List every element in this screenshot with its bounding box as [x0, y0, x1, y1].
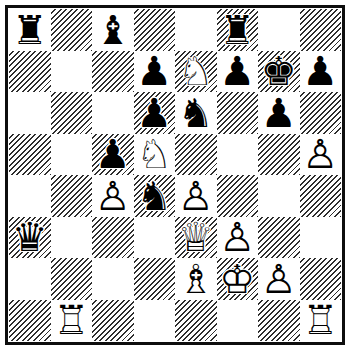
piece-halo: ♟ [217, 51, 259, 93]
white-rook-piece: ♜♖ [300, 300, 342, 342]
piece-halo: ♛ [175, 217, 217, 259]
square-e4[interactable]: ♟♙ [175, 175, 217, 217]
square-f7[interactable]: ♟♟ [217, 51, 259, 93]
black-pawn-piece: ♟♟ [92, 134, 134, 176]
square-c4[interactable]: ♟♙ [92, 175, 134, 217]
square-a6[interactable] [9, 92, 51, 134]
square-f6[interactable] [217, 92, 259, 134]
square-c1[interactable] [92, 300, 134, 342]
board-frame: ♜♜♝♝♜♜♟♟♞♘♟♟♚♚♟♟♟♟♞♞♟♟♟♟♞♘♟♙♟♙♞♞♟♙♛♛♛♕♟♙… [5, 5, 345, 345]
black-bishop-piece: ♝♝ [92, 9, 134, 51]
square-a3[interactable]: ♛♛ [9, 217, 51, 259]
square-h2[interactable] [300, 258, 342, 300]
square-c5[interactable]: ♟♟ [92, 134, 134, 176]
piece-halo: ♜ [217, 9, 259, 51]
piece-glyph: ♟ [134, 51, 176, 93]
black-rook-piece: ♜♜ [9, 9, 51, 51]
black-pawn-piece: ♟♟ [134, 92, 176, 134]
piece-halo: ♟ [217, 217, 259, 259]
piece-glyph: ♟ [300, 51, 342, 93]
square-d1[interactable] [134, 300, 176, 342]
square-d5[interactable]: ♞♘ [134, 134, 176, 176]
square-b4[interactable] [51, 175, 93, 217]
white-knight-piece: ♞♘ [175, 51, 217, 93]
square-f8[interactable]: ♜♜ [217, 9, 259, 51]
white-pawn-piece: ♟♙ [175, 175, 217, 217]
piece-glyph: ♜ [217, 9, 259, 51]
piece-halo: ♞ [134, 134, 176, 176]
piece-halo: ♝ [92, 9, 134, 51]
piece-halo: ♟ [300, 134, 342, 176]
piece-halo: ♞ [134, 175, 176, 217]
square-h6[interactable] [300, 92, 342, 134]
square-a8[interactable]: ♜♜ [9, 9, 51, 51]
piece-glyph: ♖ [51, 300, 93, 342]
square-d6[interactable]: ♟♟ [134, 92, 176, 134]
white-rook-piece: ♜♖ [51, 300, 93, 342]
square-b8[interactable] [51, 9, 93, 51]
piece-halo: ♟ [92, 175, 134, 217]
piece-halo: ♞ [175, 92, 217, 134]
black-pawn-piece: ♟♟ [217, 51, 259, 93]
square-b2[interactable] [51, 258, 93, 300]
white-queen-piece: ♛♕ [175, 217, 217, 259]
square-h1[interactable]: ♜♖ [300, 300, 342, 342]
piece-glyph: ♖ [300, 300, 342, 342]
square-d8[interactable] [134, 9, 176, 51]
white-king-piece: ♚♔ [217, 258, 259, 300]
piece-glyph: ♝ [92, 9, 134, 51]
piece-glyph: ♙ [175, 175, 217, 217]
square-g7[interactable]: ♚♚ [258, 51, 300, 93]
piece-halo: ♛ [9, 217, 51, 259]
piece-halo: ♟ [300, 51, 342, 93]
piece-halo: ♝ [175, 258, 217, 300]
square-h4[interactable] [300, 175, 342, 217]
square-d7[interactable]: ♟♟ [134, 51, 176, 93]
square-b1[interactable]: ♜♖ [51, 300, 93, 342]
square-a4[interactable] [9, 175, 51, 217]
square-e5[interactable] [175, 134, 217, 176]
square-g1[interactable] [258, 300, 300, 342]
square-b6[interactable] [51, 92, 93, 134]
square-h5[interactable]: ♟♙ [300, 134, 342, 176]
piece-halo: ♜ [51, 300, 93, 342]
square-c7[interactable] [92, 51, 134, 93]
piece-halo: ♚ [258, 51, 300, 93]
piece-glyph: ♔ [217, 258, 259, 300]
square-g2[interactable]: ♟♙ [258, 258, 300, 300]
piece-glyph: ♟ [217, 51, 259, 93]
square-a5[interactable] [9, 134, 51, 176]
square-d2[interactable] [134, 258, 176, 300]
black-king-piece: ♚♚ [258, 51, 300, 93]
square-a7[interactable] [9, 51, 51, 93]
white-pawn-piece: ♟♙ [258, 258, 300, 300]
square-g5[interactable] [258, 134, 300, 176]
black-pawn-piece: ♟♟ [258, 92, 300, 134]
square-c2[interactable] [92, 258, 134, 300]
piece-halo: ♟ [258, 92, 300, 134]
white-pawn-piece: ♟♙ [300, 134, 342, 176]
square-g6[interactable]: ♟♟ [258, 92, 300, 134]
square-h3[interactable] [300, 217, 342, 259]
black-knight-piece: ♞♞ [175, 92, 217, 134]
black-pawn-piece: ♟♟ [300, 51, 342, 93]
piece-glyph: ♟ [92, 134, 134, 176]
piece-glyph: ♟ [258, 92, 300, 134]
black-rook-piece: ♜♜ [217, 9, 259, 51]
square-f3[interactable]: ♟♙ [217, 217, 259, 259]
piece-glyph: ♜ [9, 9, 51, 51]
square-e7[interactable]: ♞♘ [175, 51, 217, 93]
piece-glyph: ♙ [92, 175, 134, 217]
piece-halo: ♟ [258, 258, 300, 300]
white-pawn-piece: ♟♙ [217, 217, 259, 259]
piece-glyph: ♞ [175, 92, 217, 134]
piece-glyph: ♞ [134, 175, 176, 217]
piece-glyph: ♛ [9, 217, 51, 259]
square-f4[interactable] [217, 175, 259, 217]
piece-glyph: ♟ [134, 92, 176, 134]
piece-glyph: ♙ [217, 217, 259, 259]
square-a1[interactable] [9, 300, 51, 342]
square-c8[interactable]: ♝♝ [92, 9, 134, 51]
piece-halo: ♟ [134, 51, 176, 93]
square-c3[interactable] [92, 217, 134, 259]
piece-glyph: ♙ [258, 258, 300, 300]
piece-halo: ♜ [9, 9, 51, 51]
white-bishop-piece: ♝♗ [175, 258, 217, 300]
black-queen-piece: ♛♛ [9, 217, 51, 259]
square-b7[interactable] [51, 51, 93, 93]
square-g3[interactable] [258, 217, 300, 259]
black-knight-piece: ♞♞ [134, 175, 176, 217]
piece-halo: ♚ [217, 258, 259, 300]
square-b5[interactable] [51, 134, 93, 176]
piece-glyph: ♕ [175, 217, 217, 259]
square-e2[interactable]: ♝♗ [175, 258, 217, 300]
black-pawn-piece: ♟♟ [134, 51, 176, 93]
white-pawn-piece: ♟♙ [92, 175, 134, 217]
square-b3[interactable] [51, 217, 93, 259]
piece-glyph: ♘ [175, 51, 217, 93]
square-c6[interactable] [92, 92, 134, 134]
piece-glyph: ♙ [300, 134, 342, 176]
square-a2[interactable] [9, 258, 51, 300]
square-e3[interactable]: ♛♕ [175, 217, 217, 259]
piece-glyph: ♗ [175, 258, 217, 300]
piece-halo: ♟ [134, 92, 176, 134]
square-d4[interactable]: ♞♞ [134, 175, 176, 217]
chessboard: ♜♜♝♝♜♜♟♟♞♘♟♟♚♚♟♟♟♟♞♞♟♟♟♟♞♘♟♙♟♙♞♞♟♙♛♛♛♕♟♙… [9, 9, 341, 341]
square-g8[interactable] [258, 9, 300, 51]
square-e6[interactable]: ♞♞ [175, 92, 217, 134]
square-g4[interactable] [258, 175, 300, 217]
piece-halo: ♞ [175, 51, 217, 93]
piece-halo: ♟ [175, 175, 217, 217]
square-h7[interactable]: ♟♟ [300, 51, 342, 93]
piece-halo: ♟ [92, 134, 134, 176]
white-knight-piece: ♞♘ [134, 134, 176, 176]
square-e1[interactable] [175, 300, 217, 342]
square-h8[interactable] [300, 9, 342, 51]
square-f5[interactable] [217, 134, 259, 176]
square-f1[interactable] [217, 300, 259, 342]
square-f2[interactable]: ♚♔ [217, 258, 259, 300]
piece-glyph: ♘ [134, 134, 176, 176]
piece-glyph: ♚ [258, 51, 300, 93]
piece-halo: ♜ [300, 300, 342, 342]
square-e8[interactable] [175, 9, 217, 51]
square-d3[interactable] [134, 217, 176, 259]
